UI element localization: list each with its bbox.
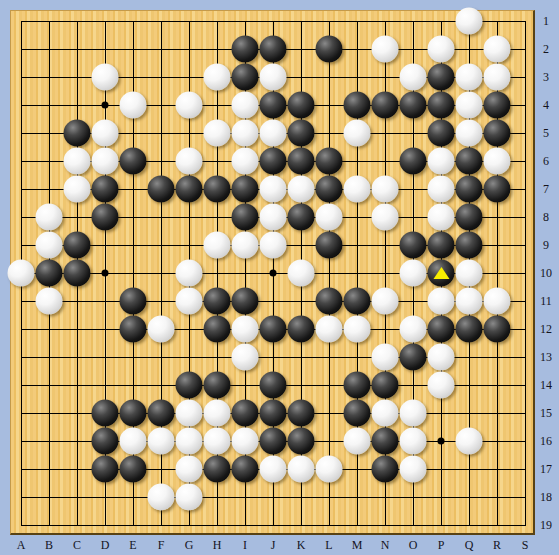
star-point xyxy=(102,270,109,277)
white-stone-F16[interactable] xyxy=(148,428,175,455)
row-label-12: 12 xyxy=(540,322,552,337)
column-label-Q: Q xyxy=(465,538,474,553)
white-stone-C6[interactable] xyxy=(64,148,91,175)
black-stone-J2[interactable] xyxy=(260,36,287,63)
white-stone-J3[interactable] xyxy=(260,64,287,91)
triangle-marker xyxy=(433,267,449,279)
black-stone-Q9[interactable] xyxy=(456,232,483,259)
white-stone-D6[interactable] xyxy=(92,148,119,175)
row-label-17: 17 xyxy=(540,462,552,477)
black-stone-P9[interactable] xyxy=(428,232,455,259)
white-stone-Q10[interactable] xyxy=(456,260,483,287)
white-stone-N15[interactable] xyxy=(372,400,399,427)
black-stone-L6[interactable] xyxy=(316,148,343,175)
column-label-E: E xyxy=(129,538,136,553)
black-stone-I7[interactable] xyxy=(232,176,259,203)
black-stone-R12[interactable] xyxy=(484,316,511,343)
column-label-O: O xyxy=(409,538,418,553)
black-stone-K5[interactable] xyxy=(288,120,315,147)
row-label-1: 1 xyxy=(543,14,549,29)
white-stone-O17[interactable] xyxy=(400,456,427,483)
white-stone-G4[interactable] xyxy=(176,92,203,119)
black-stone-N16[interactable] xyxy=(372,428,399,455)
white-stone-I16[interactable] xyxy=(232,428,259,455)
black-stone-I15[interactable] xyxy=(232,400,259,427)
white-stone-L17[interactable] xyxy=(316,456,343,483)
black-stone-Q7[interactable] xyxy=(456,176,483,203)
black-stone-D7[interactable] xyxy=(92,176,119,203)
star-point xyxy=(270,270,277,277)
white-stone-P7[interactable] xyxy=(428,176,455,203)
black-stone-C9[interactable] xyxy=(64,232,91,259)
star-point xyxy=(438,438,445,445)
black-stone-M14[interactable] xyxy=(344,372,371,399)
white-stone-J7[interactable] xyxy=(260,176,287,203)
row-label-11: 11 xyxy=(540,294,552,309)
black-stone-G14[interactable] xyxy=(176,372,203,399)
white-stone-P11[interactable] xyxy=(428,288,455,315)
black-stone-R4[interactable] xyxy=(484,92,511,119)
row-label-16: 16 xyxy=(540,434,552,449)
white-stone-P2[interactable] xyxy=(428,36,455,63)
white-stone-R2[interactable] xyxy=(484,36,511,63)
white-stone-J8[interactable] xyxy=(260,204,287,231)
black-stone-I11[interactable] xyxy=(232,288,259,315)
white-stone-I4[interactable] xyxy=(232,92,259,119)
white-stone-G16[interactable] xyxy=(176,428,203,455)
column-label-N: N xyxy=(381,538,390,553)
black-stone-O13[interactable] xyxy=(400,344,427,371)
white-stone-H5[interactable] xyxy=(204,120,231,147)
white-stone-G11[interactable] xyxy=(176,288,203,315)
white-stone-K17[interactable] xyxy=(288,456,315,483)
white-stone-R3[interactable] xyxy=(484,64,511,91)
column-label-R: R xyxy=(493,538,501,553)
black-stone-I2[interactable] xyxy=(232,36,259,63)
black-stone-P10[interactable] xyxy=(428,260,455,287)
black-stone-M15[interactable] xyxy=(344,400,371,427)
white-stone-K10[interactable] xyxy=(288,260,315,287)
black-stone-P12[interactable] xyxy=(428,316,455,343)
white-stone-H16[interactable] xyxy=(204,428,231,455)
column-label-I: I xyxy=(243,538,247,553)
black-stone-K15[interactable] xyxy=(288,400,315,427)
black-stone-G7[interactable] xyxy=(176,176,203,203)
white-stone-O10[interactable] xyxy=(400,260,427,287)
white-stone-M7[interactable] xyxy=(344,176,371,203)
white-stone-F18[interactable] xyxy=(148,484,175,511)
black-stone-B10[interactable] xyxy=(36,260,63,287)
row-label-15: 15 xyxy=(540,406,552,421)
row-label-5: 5 xyxy=(543,126,549,141)
black-stone-D16[interactable] xyxy=(92,428,119,455)
column-label-M: M xyxy=(352,538,363,553)
black-stone-L11[interactable] xyxy=(316,288,343,315)
white-stone-G15[interactable] xyxy=(176,400,203,427)
white-stone-E4[interactable] xyxy=(120,92,147,119)
black-stone-K16[interactable] xyxy=(288,428,315,455)
row-label-14: 14 xyxy=(540,378,552,393)
black-stone-H17[interactable] xyxy=(204,456,231,483)
white-stone-B8[interactable] xyxy=(36,204,63,231)
white-stone-G17[interactable] xyxy=(176,456,203,483)
row-label-8: 8 xyxy=(543,210,549,225)
black-stone-R7[interactable] xyxy=(484,176,511,203)
black-stone-K6[interactable] xyxy=(288,148,315,175)
white-stone-D5[interactable] xyxy=(92,120,119,147)
black-stone-Q12[interactable] xyxy=(456,316,483,343)
white-stone-A10[interactable] xyxy=(8,260,35,287)
row-label-4: 4 xyxy=(543,98,549,113)
white-stone-E16[interactable] xyxy=(120,428,147,455)
black-stone-J4[interactable] xyxy=(260,92,287,119)
row-label-3: 3 xyxy=(543,70,549,85)
white-stone-K7[interactable] xyxy=(288,176,315,203)
white-stone-J5[interactable] xyxy=(260,120,287,147)
black-stone-I17[interactable] xyxy=(232,456,259,483)
white-stone-P13[interactable] xyxy=(428,344,455,371)
white-stone-H9[interactable] xyxy=(204,232,231,259)
black-stone-L7[interactable] xyxy=(316,176,343,203)
black-stone-L9[interactable] xyxy=(316,232,343,259)
black-stone-H14[interactable] xyxy=(204,372,231,399)
black-stone-K8[interactable] xyxy=(288,204,315,231)
black-stone-I8[interactable] xyxy=(232,204,259,231)
black-stone-J12[interactable] xyxy=(260,316,287,343)
white-stone-O15[interactable] xyxy=(400,400,427,427)
black-stone-J14[interactable] xyxy=(260,372,287,399)
white-stone-N13[interactable] xyxy=(372,344,399,371)
white-stone-I6[interactable] xyxy=(232,148,259,175)
white-stone-I5[interactable] xyxy=(232,120,259,147)
row-label-13: 13 xyxy=(540,350,552,365)
white-stone-Q3[interactable] xyxy=(456,64,483,91)
black-stone-P4[interactable] xyxy=(428,92,455,119)
row-label-6: 6 xyxy=(543,154,549,169)
column-label-L: L xyxy=(325,538,332,553)
black-stone-H12[interactable] xyxy=(204,316,231,343)
white-stone-P6[interactable] xyxy=(428,148,455,175)
white-stone-L12[interactable] xyxy=(316,316,343,343)
column-label-K: K xyxy=(297,538,306,553)
black-stone-E17[interactable] xyxy=(120,456,147,483)
white-stone-Q11[interactable] xyxy=(456,288,483,315)
white-stone-O12[interactable] xyxy=(400,316,427,343)
white-stone-I9[interactable] xyxy=(232,232,259,259)
black-stone-F7[interactable] xyxy=(148,176,175,203)
column-label-S: S xyxy=(522,538,529,553)
white-stone-C7[interactable] xyxy=(64,176,91,203)
white-stone-Q5[interactable] xyxy=(456,120,483,147)
black-stone-H11[interactable] xyxy=(204,288,231,315)
row-label-10: 10 xyxy=(540,266,552,281)
black-stone-O6[interactable] xyxy=(400,148,427,175)
row-label-19: 19 xyxy=(540,518,552,533)
white-stone-M16[interactable] xyxy=(344,428,371,455)
black-stone-K12[interactable] xyxy=(288,316,315,343)
black-stone-M11[interactable] xyxy=(344,288,371,315)
black-stone-I3[interactable] xyxy=(232,64,259,91)
row-label-18: 18 xyxy=(540,490,552,505)
column-label-A: A xyxy=(17,538,26,553)
column-label-D: D xyxy=(101,538,110,553)
black-stone-H7[interactable] xyxy=(204,176,231,203)
white-stone-L8[interactable] xyxy=(316,204,343,231)
black-stone-N14[interactable] xyxy=(372,372,399,399)
black-stone-D17[interactable] xyxy=(92,456,119,483)
star-point xyxy=(102,102,109,109)
white-stone-H3[interactable] xyxy=(204,64,231,91)
black-stone-P3[interactable] xyxy=(428,64,455,91)
column-label-P: P xyxy=(438,538,445,553)
white-stone-B11[interactable] xyxy=(36,288,63,315)
white-stone-J17[interactable] xyxy=(260,456,287,483)
white-stone-R11[interactable] xyxy=(484,288,511,315)
white-stone-B9[interactable] xyxy=(36,232,63,259)
white-stone-O3[interactable] xyxy=(400,64,427,91)
white-stone-G18[interactable] xyxy=(176,484,203,511)
column-label-G: G xyxy=(185,538,194,553)
white-stone-G6[interactable] xyxy=(176,148,203,175)
black-stone-J15[interactable] xyxy=(260,400,287,427)
black-stone-Q6[interactable] xyxy=(456,148,483,175)
white-stone-M5[interactable] xyxy=(344,120,371,147)
black-stone-E11[interactable] xyxy=(120,288,147,315)
black-stone-C10[interactable] xyxy=(64,260,91,287)
black-stone-R5[interactable] xyxy=(484,120,511,147)
white-stone-I13[interactable] xyxy=(232,344,259,371)
black-stone-D15[interactable] xyxy=(92,400,119,427)
white-stone-H15[interactable] xyxy=(204,400,231,427)
white-stone-J9[interactable] xyxy=(260,232,287,259)
black-stone-F15[interactable] xyxy=(148,400,175,427)
white-stone-N2[interactable] xyxy=(372,36,399,63)
white-stone-N7[interactable] xyxy=(372,176,399,203)
black-stone-C5[interactable] xyxy=(64,120,91,147)
black-stone-O4[interactable] xyxy=(400,92,427,119)
black-stone-D8[interactable] xyxy=(92,204,119,231)
column-label-C: C xyxy=(73,538,81,553)
white-stone-I12[interactable] xyxy=(232,316,259,343)
white-stone-P14[interactable] xyxy=(428,372,455,399)
white-stone-Q16[interactable] xyxy=(456,428,483,455)
black-stone-J16[interactable] xyxy=(260,428,287,455)
row-label-9: 9 xyxy=(543,238,549,253)
black-stone-N4[interactable] xyxy=(372,92,399,119)
white-stone-D3[interactable] xyxy=(92,64,119,91)
white-stone-N11[interactable] xyxy=(372,288,399,315)
black-stone-L2[interactable] xyxy=(316,36,343,63)
column-label-J: J xyxy=(271,538,276,553)
black-stone-Q8[interactable] xyxy=(456,204,483,231)
row-label-2: 2 xyxy=(543,42,549,57)
go-app-window: ABCDEFGHIJKLMNOPQRS123456789101112131415… xyxy=(0,0,559,555)
black-stone-M4[interactable] xyxy=(344,92,371,119)
column-label-H: H xyxy=(213,538,222,553)
black-stone-J6[interactable] xyxy=(260,148,287,175)
black-stone-K4[interactable] xyxy=(288,92,315,119)
white-stone-Q1[interactable] xyxy=(456,8,483,35)
white-stone-N8[interactable] xyxy=(372,204,399,231)
white-stone-O16[interactable] xyxy=(400,428,427,455)
black-stone-P5[interactable] xyxy=(428,120,455,147)
white-stone-G10[interactable] xyxy=(176,260,203,287)
white-stone-F12[interactable] xyxy=(148,316,175,343)
white-stone-P8[interactable] xyxy=(428,204,455,231)
column-label-B: B xyxy=(45,538,53,553)
black-stone-E15[interactable] xyxy=(120,400,147,427)
black-stone-E6[interactable] xyxy=(120,148,147,175)
white-stone-M12[interactable] xyxy=(344,316,371,343)
black-stone-E12[interactable] xyxy=(120,316,147,343)
black-stone-N17[interactable] xyxy=(372,456,399,483)
white-stone-Q4[interactable] xyxy=(456,92,483,119)
column-label-F: F xyxy=(158,538,165,553)
black-stone-O9[interactable] xyxy=(400,232,427,259)
white-stone-R6[interactable] xyxy=(484,148,511,175)
row-label-7: 7 xyxy=(543,182,549,197)
